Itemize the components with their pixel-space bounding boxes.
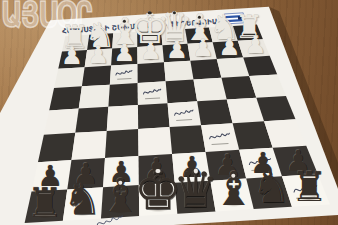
watermark-aysor: ԱՅՍՕՐ bbox=[1, 0, 91, 35]
square-h2 bbox=[57, 50, 88, 69]
square-c6 bbox=[201, 123, 239, 152]
square-d2 bbox=[162, 44, 190, 63]
square-g7 bbox=[65, 158, 106, 189]
square-d7 bbox=[172, 152, 210, 183]
square-c8 bbox=[210, 178, 253, 211]
square-e7 bbox=[137, 154, 175, 185]
logo-mark bbox=[238, 16, 242, 20]
square-g6 bbox=[70, 131, 109, 160]
square-e8 bbox=[137, 183, 177, 216]
square-f8 bbox=[99, 185, 141, 218]
square-c3 bbox=[190, 59, 221, 80]
square-c4 bbox=[193, 78, 226, 102]
square-g3 bbox=[81, 66, 113, 87]
square-g8 bbox=[61, 187, 105, 221]
square-f6 bbox=[103, 129, 139, 158]
square-c7 bbox=[206, 150, 247, 181]
square-f5 bbox=[105, 105, 139, 131]
square-e3 bbox=[137, 62, 166, 83]
square-f3 bbox=[109, 64, 139, 85]
square-f7 bbox=[101, 156, 140, 187]
square-f4 bbox=[107, 83, 139, 107]
square-d4 bbox=[166, 79, 197, 103]
square-e2 bbox=[136, 45, 163, 64]
square-e4 bbox=[137, 81, 168, 105]
square-g5 bbox=[74, 107, 110, 133]
square-e1 bbox=[136, 30, 162, 47]
square-d5 bbox=[168, 101, 202, 127]
square-h1 bbox=[61, 35, 90, 52]
square-f1 bbox=[111, 32, 138, 49]
square-e6 bbox=[137, 127, 172, 156]
chess-photo-scene: ՀԱՅԱՍՏԱՆԻ ՇԱԽՄԱՏԱՅԻՆ ՖԵԴԵՐԱՑԻԱ ♜♞♝♛♚♝♞♜♟… bbox=[0, 0, 338, 225]
square-d1 bbox=[161, 29, 187, 46]
square-f2 bbox=[110, 47, 138, 66]
square-c1 bbox=[185, 27, 213, 44]
square-e5 bbox=[137, 103, 170, 129]
square-c5 bbox=[197, 99, 233, 125]
square-g1 bbox=[86, 33, 114, 50]
square-b1 bbox=[209, 26, 238, 43]
square-d3 bbox=[164, 61, 194, 82]
square-g2 bbox=[84, 48, 114, 67]
square-g4 bbox=[77, 85, 111, 109]
square-d6 bbox=[170, 125, 206, 154]
square-c2 bbox=[188, 42, 217, 61]
square-d8 bbox=[175, 180, 216, 213]
